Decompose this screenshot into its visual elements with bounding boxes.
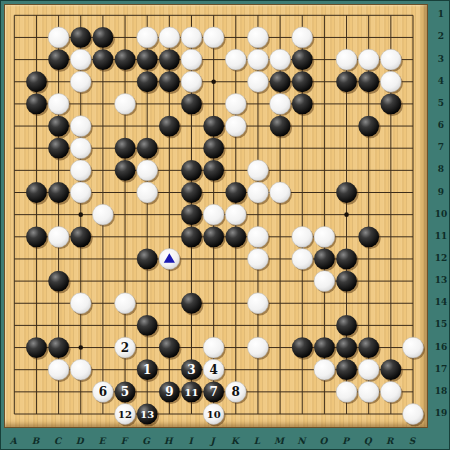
move-number-11: 11 — [185, 387, 199, 398]
black-stone-H6 — [159, 116, 181, 139]
white-stone-G9 — [137, 182, 159, 205]
black-stone-P15 — [336, 315, 358, 338]
white-stone-J10 — [203, 204, 225, 227]
black-stone-I11 — [181, 226, 203, 249]
row-label-19: 19 — [435, 409, 448, 418]
black-stone-J8 — [203, 160, 225, 183]
white-stone-D7 — [70, 138, 92, 161]
white-stone-J2 — [203, 27, 225, 50]
white-stone-K3 — [225, 49, 247, 72]
black-stone-Q11 — [358, 226, 380, 249]
black-stone-P17 — [336, 359, 358, 382]
row-label-7: 7 — [438, 143, 444, 152]
row-label-3: 3 — [438, 54, 444, 63]
white-stone-M3 — [270, 49, 292, 72]
row-label-2: 2 — [438, 32, 444, 41]
white-stone-G2 — [137, 27, 159, 50]
white-stone-L14 — [248, 293, 270, 316]
row-label-1: 1 — [438, 10, 444, 19]
white-stone-H2 — [159, 27, 181, 50]
black-stone-F18: 5 — [115, 381, 137, 404]
col-label-B: B — [32, 437, 40, 446]
white-stone-C2 — [48, 27, 70, 50]
move-number-12: 12 — [118, 409, 132, 420]
black-stone-H16 — [159, 337, 181, 360]
white-stone-F5 — [115, 94, 137, 117]
black-stone-B16 — [26, 337, 48, 360]
white-stone-D8 — [70, 160, 92, 183]
row-label-15: 15 — [435, 320, 448, 329]
row-label-8: 8 — [438, 165, 444, 174]
black-stone-C3 — [48, 49, 70, 72]
black-stone-Q6 — [358, 116, 380, 139]
black-stone-R17 — [380, 359, 402, 382]
white-stone-D4 — [70, 71, 92, 94]
white-stone-J17: 4 — [203, 359, 225, 382]
black-stone-C7 — [48, 138, 70, 161]
black-stone-H18: 9 — [159, 381, 181, 404]
black-stone-I5 — [181, 94, 203, 117]
row-label-11: 11 — [435, 231, 448, 240]
black-stone-G12 — [137, 249, 159, 272]
move-number-5: 5 — [121, 385, 129, 399]
black-stone-F8 — [115, 160, 137, 183]
move-number-10: 10 — [207, 409, 221, 420]
white-stone-K5 — [225, 94, 247, 117]
row-label-14: 14 — [435, 298, 448, 307]
black-stone-K11 — [225, 226, 247, 249]
row-label-6: 6 — [438, 121, 444, 130]
black-stone-I8 — [181, 160, 203, 183]
black-stone-J18: 7 — [203, 381, 225, 404]
white-stone-R4 — [380, 71, 402, 94]
black-stone-I9 — [181, 182, 203, 205]
row-label-13: 13 — [435, 276, 448, 285]
black-stone-B5 — [26, 94, 48, 117]
white-stone-L9 — [248, 182, 270, 205]
white-stone-C5 — [48, 94, 70, 117]
move-number-7: 7 — [209, 385, 217, 399]
go-board-svg[interactable]: 21346591178121310 — [5, 5, 429, 429]
col-label-A: A — [10, 437, 17, 446]
white-stone-L8 — [248, 160, 270, 183]
black-stone-R5 — [380, 94, 402, 117]
black-stone-G15 — [137, 315, 159, 338]
row-label-10: 10 — [435, 209, 448, 218]
black-stone-I10 — [181, 204, 203, 227]
white-stone-K18: 8 — [225, 381, 247, 404]
white-stone-I4 — [181, 71, 203, 94]
star-point-D10 — [78, 212, 83, 217]
black-stone-K9 — [225, 182, 247, 205]
white-stone-I3 — [181, 49, 203, 72]
row-label-9: 9 — [438, 187, 444, 196]
col-label-Q: Q — [364, 437, 372, 446]
white-stone-C11 — [48, 226, 70, 249]
black-stone-D11 — [70, 226, 92, 249]
white-stone-R3 — [380, 49, 402, 72]
move-number-2: 2 — [121, 341, 129, 355]
black-stone-J6 — [203, 116, 225, 139]
white-stone-C17 — [48, 359, 70, 382]
white-stone-K6 — [225, 116, 247, 139]
white-stone-R18 — [380, 381, 402, 404]
black-stone-E2 — [93, 27, 115, 50]
row-label-16: 16 — [435, 342, 448, 351]
black-stone-Q16 — [358, 337, 380, 360]
black-stone-B9 — [26, 182, 48, 205]
row-label-18: 18 — [435, 386, 448, 395]
black-stone-O12 — [314, 249, 336, 272]
star-point-J4 — [211, 79, 216, 84]
white-stone-D6 — [70, 116, 92, 139]
black-stone-N16 — [292, 337, 314, 360]
column-labels-strip: ABCDEFGHIJKLMNOPQRS — [1, 431, 450, 450]
white-stone-Q18 — [358, 381, 380, 404]
white-stone-L3 — [248, 49, 270, 72]
col-label-S: S — [409, 437, 416, 446]
black-stone-M4 — [270, 71, 292, 94]
black-stone-F7 — [115, 138, 137, 161]
black-stone-G4 — [137, 71, 159, 94]
row-label-4: 4 — [438, 76, 444, 85]
white-stone-J19: 10 — [203, 404, 225, 427]
col-label-E: E — [98, 437, 105, 446]
black-stone-P4 — [336, 71, 358, 94]
black-stone-C9 — [48, 182, 70, 205]
white-stone-O13 — [314, 271, 336, 294]
white-stone-Q17 — [358, 359, 380, 382]
white-stone-E10 — [93, 204, 115, 227]
move-number-13: 13 — [140, 409, 154, 420]
white-stone-D9 — [70, 182, 92, 205]
black-stone-I17: 3 — [181, 359, 203, 382]
black-stone-M6 — [270, 116, 292, 139]
col-label-R: R — [386, 437, 393, 446]
white-stone-G8 — [137, 160, 159, 183]
white-stone-P18 — [336, 381, 358, 404]
col-label-J: J — [211, 437, 215, 446]
white-stone-L12 — [248, 249, 270, 272]
black-stone-D2 — [70, 27, 92, 50]
white-stone-L2 — [248, 27, 270, 50]
move-number-3: 3 — [187, 363, 195, 377]
star-point-D16 — [78, 345, 83, 350]
black-stone-G17: 1 — [137, 359, 159, 382]
black-stone-B11 — [26, 226, 48, 249]
black-stone-N3 — [292, 49, 314, 72]
col-label-N: N — [297, 437, 305, 446]
white-stone-S16 — [403, 337, 425, 360]
col-label-P: P — [342, 437, 349, 446]
row-label-5: 5 — [438, 98, 444, 107]
move-number-4: 4 — [209, 363, 217, 377]
white-stone-O17 — [314, 359, 336, 382]
black-stone-E3 — [93, 49, 115, 72]
move-number-9: 9 — [165, 385, 173, 399]
white-stone-M9 — [270, 182, 292, 205]
row-label-12: 12 — [435, 253, 448, 262]
row-labels-strip: 12345678910111213141516171819 — [431, 1, 450, 450]
black-stone-N5 — [292, 94, 314, 117]
black-stone-P12 — [336, 249, 358, 272]
black-stone-P9 — [336, 182, 358, 205]
black-stone-G3 — [137, 49, 159, 72]
move-number-8: 8 — [232, 385, 240, 399]
white-stone-N12 — [292, 249, 314, 272]
white-stone-M5 — [270, 94, 292, 117]
white-stone-E18: 6 — [93, 381, 115, 404]
black-stone-H3 — [159, 49, 181, 72]
col-label-D: D — [76, 437, 84, 446]
white-stone-S19 — [403, 404, 425, 427]
white-stone-L4 — [248, 71, 270, 94]
go-board[interactable]: 21346591178121310 — [4, 4, 428, 428]
col-label-H: H — [164, 437, 173, 446]
white-stone-O11 — [314, 226, 336, 249]
white-stone-L11 — [248, 226, 270, 249]
col-label-M: M — [274, 437, 284, 446]
black-stone-P16 — [336, 337, 358, 360]
black-stone-I18: 11 — [181, 381, 203, 404]
white-stone-F14 — [115, 293, 137, 316]
black-stone-P13 — [336, 271, 358, 294]
white-stone-K10 — [225, 204, 247, 227]
white-stone-D17 — [70, 359, 92, 382]
white-stone-D14 — [70, 293, 92, 316]
col-label-K: K — [231, 437, 239, 446]
star-point-P10 — [344, 212, 349, 217]
white-stone-F19: 12 — [115, 404, 137, 427]
white-stone-N11 — [292, 226, 314, 249]
row-label-17: 17 — [435, 364, 448, 373]
black-stone-C6 — [48, 116, 70, 139]
col-label-C: C — [54, 437, 61, 446]
col-label-O: O — [319, 437, 327, 446]
black-stone-J7 — [203, 138, 225, 161]
white-stone-L16 — [248, 337, 270, 360]
black-stone-F3 — [115, 49, 137, 72]
white-stone-F16: 2 — [115, 337, 137, 360]
black-stone-N4 — [292, 71, 314, 94]
white-stone-J16 — [203, 337, 225, 360]
white-stone-Q3 — [358, 49, 380, 72]
black-stone-C16 — [48, 337, 70, 360]
white-stone-P3 — [336, 49, 358, 72]
col-label-I: I — [188, 437, 192, 446]
col-label-F: F — [121, 437, 127, 446]
white-stone-D3 — [70, 49, 92, 72]
white-stone-H12 — [159, 249, 181, 272]
black-stone-C13 — [48, 271, 70, 294]
move-number-1: 1 — [143, 363, 151, 377]
white-stone-I2 — [181, 27, 203, 50]
white-stone-N2 — [292, 27, 314, 50]
black-stone-O16 — [314, 337, 336, 360]
col-label-G: G — [142, 437, 150, 446]
go-game-frame: 21346591178121310 ABCDEFGHIJKLMNOPQRS 12… — [0, 0, 450, 450]
move-number-6: 6 — [99, 385, 107, 399]
black-stone-B4 — [26, 71, 48, 94]
black-stone-I14 — [181, 293, 203, 316]
black-stone-G19: 13 — [137, 404, 159, 427]
black-stone-G7 — [137, 138, 159, 161]
black-stone-Q4 — [358, 71, 380, 94]
black-stone-J11 — [203, 226, 225, 249]
black-stone-H4 — [159, 71, 181, 94]
col-label-L: L — [254, 437, 260, 446]
